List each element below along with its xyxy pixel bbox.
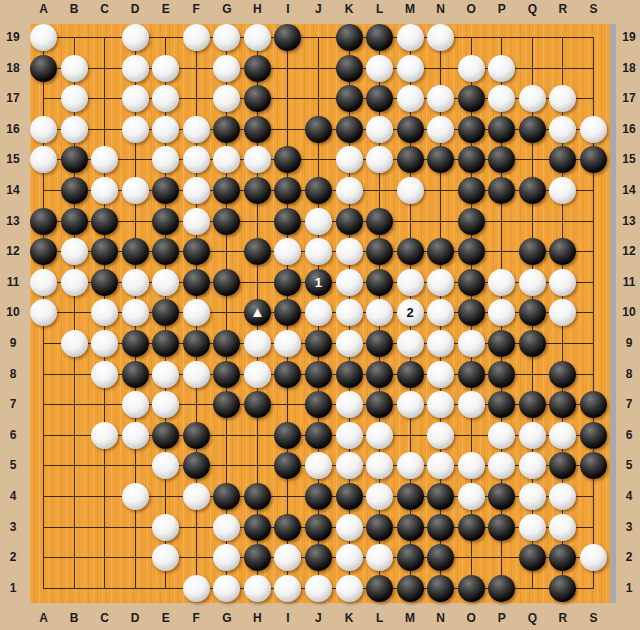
white-stone <box>91 361 118 388</box>
black-stone <box>580 422 607 449</box>
row-label-right-8: 8 <box>618 367 640 381</box>
column-label-top-H: H <box>246 2 268 16</box>
black-stone <box>336 361 363 388</box>
row-label-right-5: 5 <box>618 458 640 472</box>
column-label-bottom-M: M <box>399 611 421 625</box>
board-edge-shadow <box>610 24 616 603</box>
white-stone <box>397 85 424 112</box>
black-stone <box>366 330 393 357</box>
black-stone <box>519 116 546 143</box>
white-stone <box>458 55 485 82</box>
row-label-left-18: 18 <box>2 61 24 75</box>
column-label-top-K: K <box>338 2 360 16</box>
black-stone <box>274 514 301 541</box>
black-stone <box>213 361 240 388</box>
row-label-left-10: 10 <box>2 305 24 319</box>
black-stone <box>458 146 485 173</box>
black-stone <box>274 269 301 296</box>
white-stone <box>336 575 363 602</box>
row-label-left-9: 9 <box>2 336 24 350</box>
row-label-right-14: 14 <box>618 183 640 197</box>
white-stone <box>336 422 363 449</box>
white-stone <box>122 483 149 510</box>
column-label-top-C: C <box>94 2 116 16</box>
black-stone <box>305 514 332 541</box>
black-stone <box>213 269 240 296</box>
white-stone <box>336 238 363 265</box>
black-stone <box>458 85 485 112</box>
row-label-left-15: 15 <box>2 152 24 166</box>
white-stone <box>397 269 424 296</box>
white-stone <box>305 575 332 602</box>
row-label-right-6: 6 <box>618 428 640 442</box>
column-label-bottom-P: P <box>491 611 513 625</box>
black-stone <box>580 391 607 418</box>
row-label-left-14: 14 <box>2 183 24 197</box>
black-stone <box>336 116 363 143</box>
white-stone <box>580 544 607 571</box>
column-label-top-N: N <box>430 2 452 16</box>
black-stone <box>458 361 485 388</box>
black-stone <box>305 422 332 449</box>
white-stone <box>244 575 271 602</box>
row-label-right-10: 10 <box>618 305 640 319</box>
column-label-top-O: O <box>460 2 482 16</box>
white-stone <box>336 146 363 173</box>
black-stone <box>244 544 271 571</box>
white-stone <box>519 514 546 541</box>
column-label-bottom-B: B <box>63 611 85 625</box>
black-stone <box>458 269 485 296</box>
white-stone <box>152 514 179 541</box>
row-label-right-7: 7 <box>618 397 640 411</box>
move-number-1: 1 <box>315 276 322 289</box>
white-stone <box>549 269 576 296</box>
white-stone <box>122 55 149 82</box>
black-stone <box>244 391 271 418</box>
black-stone <box>183 269 210 296</box>
white-stone <box>183 116 210 143</box>
white-stone <box>183 208 210 235</box>
column-label-bottom-Q: Q <box>521 611 543 625</box>
white-stone <box>122 24 149 51</box>
white-stone <box>152 116 179 143</box>
black-stone <box>152 330 179 357</box>
column-label-top-J: J <box>307 2 329 16</box>
white-stone <box>458 391 485 418</box>
black-stone <box>305 116 332 143</box>
white-stone <box>397 177 424 204</box>
black-stone <box>274 361 301 388</box>
black-stone <box>397 483 424 510</box>
white-stone <box>397 391 424 418</box>
black-stone <box>397 575 424 602</box>
column-label-bottom-A: A <box>33 611 55 625</box>
row-label-right-19: 19 <box>618 30 640 44</box>
row-label-left-13: 13 <box>2 214 24 228</box>
triangle-marker: ▲ <box>250 304 265 319</box>
white-stone <box>549 116 576 143</box>
row-label-left-5: 5 <box>2 458 24 472</box>
row-label-right-9: 9 <box>618 336 640 350</box>
row-label-right-3: 3 <box>618 520 640 534</box>
white-stone <box>213 514 240 541</box>
black-stone <box>488 361 515 388</box>
black-stone <box>305 544 332 571</box>
column-label-bottom-F: F <box>185 611 207 625</box>
black-stone <box>397 146 424 173</box>
black-stone <box>244 177 271 204</box>
white-stone <box>152 55 179 82</box>
column-label-top-G: G <box>216 2 238 16</box>
white-stone <box>427 116 454 143</box>
white-stone <box>122 391 149 418</box>
column-label-top-D: D <box>124 2 146 16</box>
column-label-top-Q: Q <box>521 2 543 16</box>
white-stone <box>458 452 485 479</box>
column-label-top-S: S <box>582 2 604 16</box>
row-label-left-4: 4 <box>2 489 24 503</box>
black-stone <box>336 55 363 82</box>
black-stone <box>61 208 88 235</box>
column-label-bottom-C: C <box>94 611 116 625</box>
black-stone <box>305 330 332 357</box>
black-stone <box>427 514 454 541</box>
column-label-top-B: B <box>63 2 85 16</box>
black-stone <box>488 575 515 602</box>
column-label-bottom-O: O <box>460 611 482 625</box>
white-stone <box>427 330 454 357</box>
white-stone <box>397 24 424 51</box>
row-label-right-15: 15 <box>618 152 640 166</box>
white-stone <box>183 24 210 51</box>
white-stone <box>244 24 271 51</box>
black-stone <box>458 299 485 326</box>
black-stone <box>244 514 271 541</box>
black-stone <box>397 116 424 143</box>
black-stone <box>274 422 301 449</box>
column-label-bottom-E: E <box>155 611 177 625</box>
black-stone <box>61 177 88 204</box>
white-stone <box>274 575 301 602</box>
row-label-right-1: 1 <box>618 581 640 595</box>
white-stone: 2 <box>397 299 424 326</box>
white-stone <box>427 422 454 449</box>
black-stone <box>305 361 332 388</box>
white-stone <box>122 269 149 296</box>
white-stone <box>397 55 424 82</box>
black-stone <box>366 361 393 388</box>
white-stone <box>580 116 607 143</box>
black-stone <box>244 55 271 82</box>
column-label-bottom-H: H <box>246 611 268 625</box>
white-stone <box>244 361 271 388</box>
column-label-top-I: I <box>277 2 299 16</box>
black-stone <box>366 575 393 602</box>
row-label-left-19: 19 <box>2 30 24 44</box>
black-stone <box>305 483 332 510</box>
black-stone <box>519 330 546 357</box>
white-stone <box>488 422 515 449</box>
black-stone <box>244 116 271 143</box>
black-stone <box>458 208 485 235</box>
white-stone <box>183 575 210 602</box>
row-label-right-11: 11 <box>618 275 640 289</box>
row-label-right-12: 12 <box>618 244 640 258</box>
column-label-bottom-N: N <box>430 611 452 625</box>
row-label-left-8: 8 <box>2 367 24 381</box>
white-stone <box>30 24 57 51</box>
black-stone <box>244 85 271 112</box>
black-stone <box>366 24 393 51</box>
white-stone <box>183 177 210 204</box>
white-stone <box>336 452 363 479</box>
white-stone <box>305 208 332 235</box>
white-stone <box>122 116 149 143</box>
white-stone <box>122 299 149 326</box>
white-stone <box>366 116 393 143</box>
white-stone <box>336 269 363 296</box>
white-stone <box>30 269 57 296</box>
white-stone <box>519 85 546 112</box>
black-stone <box>61 146 88 173</box>
black-stone: 1 <box>305 269 332 296</box>
black-stone <box>366 208 393 235</box>
white-stone <box>336 299 363 326</box>
black-stone <box>30 55 57 82</box>
row-label-left-3: 3 <box>2 520 24 534</box>
white-stone <box>30 116 57 143</box>
white-stone <box>122 422 149 449</box>
black-stone <box>183 238 210 265</box>
white-stone <box>458 330 485 357</box>
black-stone <box>519 238 546 265</box>
white-stone <box>183 361 210 388</box>
white-stone <box>152 269 179 296</box>
row-label-left-17: 17 <box>2 91 24 105</box>
black-stone <box>213 116 240 143</box>
column-label-bottom-J: J <box>307 611 329 625</box>
black-stone <box>519 544 546 571</box>
black-stone <box>458 514 485 541</box>
row-label-left-16: 16 <box>2 122 24 136</box>
black-stone <box>397 514 424 541</box>
black-stone <box>458 116 485 143</box>
black-stone <box>519 177 546 204</box>
black-stone <box>213 208 240 235</box>
black-stone <box>91 208 118 235</box>
column-label-top-L: L <box>369 2 391 16</box>
black-stone <box>427 483 454 510</box>
black-stone <box>152 177 179 204</box>
white-stone <box>397 330 424 357</box>
white-stone <box>336 177 363 204</box>
black-stone <box>427 575 454 602</box>
column-label-top-A: A <box>33 2 55 16</box>
black-stone <box>519 391 546 418</box>
black-stone <box>122 238 149 265</box>
black-stone <box>305 177 332 204</box>
black-stone <box>336 483 363 510</box>
white-stone <box>91 422 118 449</box>
row-label-right-13: 13 <box>618 214 640 228</box>
black-stone <box>122 330 149 357</box>
white-stone <box>213 575 240 602</box>
row-label-left-11: 11 <box>2 275 24 289</box>
white-stone <box>61 55 88 82</box>
white-stone <box>61 238 88 265</box>
black-stone <box>30 238 57 265</box>
black-stone <box>549 575 576 602</box>
white-stone <box>549 514 576 541</box>
white-stone <box>458 483 485 510</box>
black-stone <box>244 483 271 510</box>
white-stone <box>519 483 546 510</box>
black-stone <box>366 514 393 541</box>
black-stone <box>458 238 485 265</box>
black-stone <box>183 422 210 449</box>
white-stone <box>366 422 393 449</box>
row-label-left-12: 12 <box>2 244 24 258</box>
white-stone <box>336 544 363 571</box>
black-stone <box>152 208 179 235</box>
column-label-bottom-I: I <box>277 611 299 625</box>
column-label-bottom-K: K <box>338 611 360 625</box>
black-stone <box>91 269 118 296</box>
go-diagram: AABBCCDDEEFFGGHHIIJJKKLLMMNNOOPPQQRRSS19… <box>0 0 640 630</box>
column-label-top-E: E <box>155 2 177 16</box>
black-stone <box>549 361 576 388</box>
row-label-right-18: 18 <box>618 61 640 75</box>
white-stone <box>519 452 546 479</box>
column-label-bottom-S: S <box>582 611 604 625</box>
white-stone <box>397 452 424 479</box>
column-label-top-R: R <box>552 2 574 16</box>
white-stone <box>183 299 210 326</box>
row-label-right-16: 16 <box>618 122 640 136</box>
row-label-left-7: 7 <box>2 397 24 411</box>
white-stone <box>61 269 88 296</box>
row-label-left-6: 6 <box>2 428 24 442</box>
white-stone <box>152 361 179 388</box>
column-label-top-M: M <box>399 2 421 16</box>
row-label-right-2: 2 <box>618 550 640 564</box>
black-stone <box>458 575 485 602</box>
black-stone <box>183 452 210 479</box>
black-stone <box>183 330 210 357</box>
black-stone <box>519 299 546 326</box>
white-stone <box>61 85 88 112</box>
column-label-top-P: P <box>491 2 513 16</box>
black-stone <box>274 208 301 235</box>
white-stone <box>336 391 363 418</box>
black-stone <box>336 85 363 112</box>
black-stone <box>336 208 363 235</box>
white-stone <box>427 24 454 51</box>
white-stone <box>519 422 546 449</box>
black-stone <box>366 269 393 296</box>
row-label-left-2: 2 <box>2 550 24 564</box>
white-stone <box>488 269 515 296</box>
move-number-2: 2 <box>406 306 413 319</box>
white-stone <box>488 55 515 82</box>
white-stone <box>213 55 240 82</box>
white-stone <box>549 422 576 449</box>
white-stone <box>519 269 546 296</box>
black-stone <box>336 24 363 51</box>
white-stone <box>183 146 210 173</box>
column-label-bottom-G: G <box>216 611 238 625</box>
black-stone <box>458 177 485 204</box>
white-stone <box>91 177 118 204</box>
white-stone <box>366 483 393 510</box>
white-stone <box>122 85 149 112</box>
white-stone <box>336 514 363 541</box>
white-stone <box>183 483 210 510</box>
black-stone <box>244 238 271 265</box>
black-stone <box>488 514 515 541</box>
black-stone <box>397 544 424 571</box>
white-stone <box>366 55 393 82</box>
white-stone <box>336 330 363 357</box>
black-stone <box>397 361 424 388</box>
column-label-bottom-D: D <box>124 611 146 625</box>
black-stone <box>30 208 57 235</box>
row-label-right-17: 17 <box>618 91 640 105</box>
white-stone <box>427 269 454 296</box>
black-stone <box>488 116 515 143</box>
row-label-left-1: 1 <box>2 581 24 595</box>
white-stone <box>61 116 88 143</box>
column-label-bottom-L: L <box>369 611 391 625</box>
row-label-right-4: 4 <box>618 489 640 503</box>
black-stone <box>397 238 424 265</box>
black-stone <box>122 361 149 388</box>
white-stone <box>305 238 332 265</box>
column-label-top-F: F <box>185 2 207 16</box>
white-stone <box>244 330 271 357</box>
white-stone <box>122 177 149 204</box>
white-stone <box>427 361 454 388</box>
white-stone <box>61 330 88 357</box>
black-stone <box>152 422 179 449</box>
column-label-bottom-R: R <box>552 611 574 625</box>
black-stone <box>305 391 332 418</box>
white-stone <box>91 330 118 357</box>
